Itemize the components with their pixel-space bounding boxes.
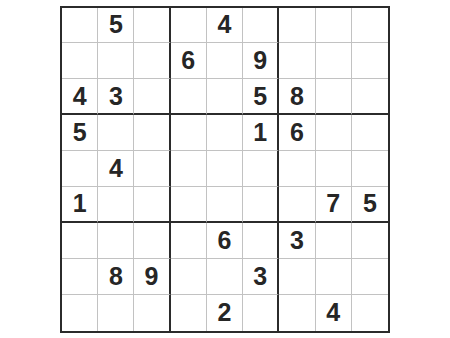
given-digit-r6c8: 7 <box>316 187 352 223</box>
given-digit-r3c6: 5 <box>243 79 279 115</box>
cell-r3c8[interactable] <box>316 79 352 115</box>
cell-r6c7[interactable] <box>279 187 315 223</box>
cell-r5c7[interactable] <box>279 151 315 187</box>
cell-r6c2[interactable] <box>98 187 134 223</box>
cell-r7c8[interactable] <box>316 223 352 259</box>
given-digit-r8c2: 8 <box>98 259 134 295</box>
given-digit-r2c6: 9 <box>243 43 279 79</box>
cell-r9c2[interactable] <box>98 295 134 331</box>
cell-r8c5[interactable] <box>207 259 243 295</box>
cell-r2c2[interactable] <box>98 43 134 79</box>
given-digit-r3c1: 4 <box>62 79 98 115</box>
given-digit-r7c5: 6 <box>207 223 243 259</box>
cell-r7c1[interactable] <box>62 223 98 259</box>
given-digit-r3c7: 8 <box>279 79 315 115</box>
cell-r4c2[interactable] <box>98 115 134 151</box>
cell-r8c4[interactable] <box>171 259 207 295</box>
given-digit-r4c6: 1 <box>243 115 279 151</box>
cell-r5c1[interactable] <box>62 151 98 187</box>
cell-r1c9[interactable] <box>352 8 388 44</box>
cell-r5c3[interactable] <box>134 151 170 187</box>
cell-r4c8[interactable] <box>316 115 352 151</box>
given-digit-r8c3: 9 <box>134 259 170 295</box>
cell-r6c6[interactable] <box>243 187 279 223</box>
cell-r4c5[interactable] <box>207 115 243 151</box>
cell-r9c3[interactable] <box>134 295 170 331</box>
cell-r7c3[interactable] <box>134 223 170 259</box>
given-digit-r4c1: 5 <box>62 115 98 151</box>
cell-r7c9[interactable] <box>352 223 388 259</box>
cell-r7c6[interactable] <box>243 223 279 259</box>
cell-r7c2[interactable] <box>98 223 134 259</box>
given-digit-r5c2: 4 <box>98 151 134 187</box>
cell-r8c9[interactable] <box>352 259 388 295</box>
cell-r5c4[interactable] <box>171 151 207 187</box>
cell-r2c3[interactable] <box>134 43 170 79</box>
cell-r9c9[interactable] <box>352 295 388 331</box>
cell-r7c4[interactable] <box>171 223 207 259</box>
cell-r5c8[interactable] <box>316 151 352 187</box>
given-digit-r9c5: 2 <box>207 295 243 331</box>
cell-r1c6[interactable] <box>243 8 279 44</box>
cell-r2c9[interactable] <box>352 43 388 79</box>
cell-r1c7[interactable] <box>279 8 315 44</box>
cell-r9c4[interactable] <box>171 295 207 331</box>
cell-r1c3[interactable] <box>134 8 170 44</box>
page: 5469435851641756389324 <box>0 0 450 338</box>
cell-r4c4[interactable] <box>171 115 207 151</box>
cell-r1c1[interactable] <box>62 8 98 44</box>
cell-r9c1[interactable] <box>62 295 98 331</box>
cell-r8c1[interactable] <box>62 259 98 295</box>
cell-r2c1[interactable] <box>62 43 98 79</box>
given-digit-r2c4: 6 <box>171 43 207 79</box>
given-digit-r6c9: 5 <box>352 187 388 223</box>
cell-r6c5[interactable] <box>207 187 243 223</box>
cell-r3c3[interactable] <box>134 79 170 115</box>
cell-r8c7[interactable] <box>279 259 315 295</box>
given-digit-r1c2: 5 <box>98 8 134 44</box>
cell-r2c5[interactable] <box>207 43 243 79</box>
cell-r9c7[interactable] <box>279 295 315 331</box>
cell-r5c9[interactable] <box>352 151 388 187</box>
cell-r2c7[interactable] <box>279 43 315 79</box>
cell-r9c6[interactable] <box>243 295 279 331</box>
cell-r6c4[interactable] <box>171 187 207 223</box>
cell-r3c9[interactable] <box>352 79 388 115</box>
given-digit-r7c7: 3 <box>279 223 315 259</box>
sudoku-board: 5469435851641756389324 <box>60 6 390 333</box>
cell-r5c6[interactable] <box>243 151 279 187</box>
given-digit-r9c8: 4 <box>316 295 352 331</box>
given-digit-r6c1: 1 <box>62 187 98 223</box>
cell-r1c4[interactable] <box>171 8 207 44</box>
cell-r5c5[interactable] <box>207 151 243 187</box>
cell-r4c9[interactable] <box>352 115 388 151</box>
cell-r4c3[interactable] <box>134 115 170 151</box>
given-digit-r1c5: 4 <box>207 8 243 44</box>
cell-r1c8[interactable] <box>316 8 352 44</box>
given-digit-r3c2: 3 <box>98 79 134 115</box>
cell-r8c8[interactable] <box>316 259 352 295</box>
cell-r2c8[interactable] <box>316 43 352 79</box>
cell-r3c4[interactable] <box>171 79 207 115</box>
cell-r3c5[interactable] <box>207 79 243 115</box>
cell-r6c3[interactable] <box>134 187 170 223</box>
given-digit-r8c6: 3 <box>243 259 279 295</box>
given-digit-r4c7: 6 <box>279 115 315 151</box>
